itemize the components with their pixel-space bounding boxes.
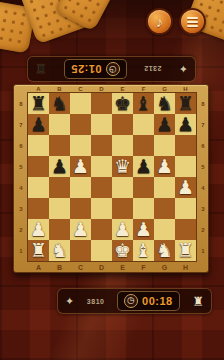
piece-black-pawn: ♟ bbox=[177, 114, 194, 135]
square-h8[interactable]: ♜ bbox=[175, 93, 196, 114]
rank-labels-left: 87654321 bbox=[14, 93, 28, 261]
piece-black-pawn: ♟ bbox=[156, 114, 173, 135]
square-a3[interactable] bbox=[28, 198, 49, 219]
square-b2[interactable] bbox=[49, 219, 70, 240]
square-d3[interactable] bbox=[91, 198, 112, 219]
bottom-player-time: 00:18 bbox=[142, 295, 173, 307]
piece-white-pawn: ♟ bbox=[30, 219, 47, 240]
square-c4[interactable] bbox=[70, 177, 91, 198]
coordinate-label-A: A bbox=[28, 85, 49, 93]
coordinate-label-8: 8 bbox=[196, 93, 210, 114]
square-f1[interactable]: ♝ bbox=[133, 240, 154, 261]
coordinate-label-2: 2 bbox=[14, 219, 28, 240]
square-e6[interactable] bbox=[112, 135, 133, 156]
piece-black-bishop: ♝ bbox=[135, 93, 152, 114]
coordinate-label-4: 4 bbox=[14, 177, 28, 198]
coordinate-label-G: G bbox=[154, 261, 175, 274]
top-player-bar: ✦ 2312 ◷ 01:25 ♜ bbox=[27, 56, 196, 82]
square-c6[interactable] bbox=[70, 135, 91, 156]
square-h6[interactable] bbox=[175, 135, 196, 156]
music-button[interactable]: ♪ bbox=[146, 8, 173, 35]
piece-white-rook: ♜ bbox=[177, 240, 194, 261]
coordinate-label-5: 5 bbox=[196, 156, 210, 177]
square-h5[interactable] bbox=[175, 156, 196, 177]
square-d8[interactable] bbox=[91, 93, 112, 114]
piece-black-pawn: ♟ bbox=[51, 156, 68, 177]
piece-white-pawn: ♟ bbox=[72, 156, 89, 177]
square-e7[interactable] bbox=[112, 114, 133, 135]
square-c1[interactable] bbox=[70, 240, 91, 261]
top-player-time: 01:25 bbox=[71, 63, 102, 75]
coordinate-label-8: 8 bbox=[14, 93, 28, 114]
square-g4[interactable] bbox=[154, 177, 175, 198]
square-c3[interactable] bbox=[70, 198, 91, 219]
coordinate-label-6: 6 bbox=[14, 135, 28, 156]
coordinate-label-H: H bbox=[175, 85, 196, 93]
top-player-clock: ◷ 01:25 bbox=[64, 59, 127, 79]
square-a1[interactable]: ♜ bbox=[28, 240, 49, 261]
coordinate-label-C: C bbox=[70, 85, 91, 93]
square-f7[interactable] bbox=[133, 114, 154, 135]
piece-white-pawn: ♟ bbox=[114, 219, 131, 240]
white-piece-icon: ♜ bbox=[192, 295, 204, 308]
square-d7[interactable] bbox=[91, 114, 112, 135]
piece-white-bishop: ♝ bbox=[135, 240, 152, 261]
coordinate-label-1: 1 bbox=[196, 240, 210, 261]
piece-white-pawn: ♟ bbox=[72, 219, 89, 240]
coordinate-label-D: D bbox=[91, 85, 112, 93]
coordinate-label-5: 5 bbox=[14, 156, 28, 177]
bottom-player-bar: ✦ 3810 ◷ 00:18 ♜ bbox=[57, 288, 212, 314]
music-note-icon: ♪ bbox=[156, 15, 163, 29]
coordinate-label-B: B bbox=[49, 261, 70, 274]
coordinate-label-D: D bbox=[91, 261, 112, 274]
square-b8[interactable]: ♞ bbox=[49, 93, 70, 114]
square-f5[interactable]: ♟ bbox=[133, 156, 154, 177]
coordinate-label-F: F bbox=[133, 261, 154, 274]
coordinate-label-B: B bbox=[49, 85, 70, 93]
coordinate-label-4: 4 bbox=[196, 177, 210, 198]
piece-black-knight: ♞ bbox=[51, 93, 68, 114]
star-icon: ✦ bbox=[179, 64, 188, 75]
coordinate-label-E: E bbox=[112, 261, 133, 274]
square-h4[interactable]: ♟ bbox=[175, 177, 196, 198]
black-piece-icon: ♜ bbox=[35, 63, 47, 76]
square-c8[interactable] bbox=[70, 93, 91, 114]
square-d2[interactable] bbox=[91, 219, 112, 240]
square-b7[interactable] bbox=[49, 114, 70, 135]
file-labels-top: ABCDEFGH bbox=[28, 85, 196, 93]
coordinate-label-H: H bbox=[175, 261, 196, 274]
square-f6[interactable] bbox=[133, 135, 154, 156]
square-b5[interactable]: ♟ bbox=[49, 156, 70, 177]
chess-board: ♜♞♚♝♞♜♟♟♟♟♟♛♟♟♟♟♟♟♟♜♞♚♝♞♜ bbox=[27, 92, 197, 262]
square-b1[interactable]: ♞ bbox=[49, 240, 70, 261]
rank-labels-right: 87654321 bbox=[196, 93, 210, 261]
coordinate-label-E: E bbox=[112, 85, 133, 93]
coordinate-label-6: 6 bbox=[196, 135, 210, 156]
piece-white-king: ♚ bbox=[114, 240, 131, 261]
piece-black-knight: ♞ bbox=[156, 93, 173, 114]
square-c5[interactable]: ♟ bbox=[70, 156, 91, 177]
stopwatch-icon: ◷ bbox=[106, 62, 120, 76]
square-b3[interactable] bbox=[49, 198, 70, 219]
app-screen: ♪ ✦ 2312 ◷ 01:25 ♜ ABCDEFGH ABCDEFGH 876… bbox=[0, 0, 224, 360]
square-g8[interactable]: ♞ bbox=[154, 93, 175, 114]
square-a2[interactable]: ♟ bbox=[28, 219, 49, 240]
piece-black-pawn: ♟ bbox=[30, 114, 47, 135]
piece-white-knight: ♞ bbox=[51, 240, 68, 261]
coordinate-label-G: G bbox=[154, 85, 175, 93]
bottom-player-rating: 3810 bbox=[87, 298, 105, 305]
bottom-player-clock: ◷ 00:18 bbox=[117, 291, 180, 311]
chess-board-frame: ABCDEFGH ABCDEFGH 87654321 87654321 ♜♞♚♝… bbox=[13, 84, 209, 273]
square-c7[interactable] bbox=[70, 114, 91, 135]
square-a5[interactable] bbox=[28, 156, 49, 177]
square-b6[interactable] bbox=[49, 135, 70, 156]
top-player-rating: 2312 bbox=[144, 66, 162, 73]
square-h1[interactable]: ♜ bbox=[175, 240, 196, 261]
piece-white-pawn: ♟ bbox=[156, 156, 173, 177]
square-a7[interactable]: ♟ bbox=[28, 114, 49, 135]
piece-black-king: ♚ bbox=[114, 93, 131, 114]
hamburger-menu-icon bbox=[187, 21, 198, 23]
coordinate-label-1: 1 bbox=[14, 240, 28, 261]
piece-white-rook: ♜ bbox=[30, 240, 47, 261]
square-f2[interactable]: ♟ bbox=[133, 219, 154, 240]
square-g6[interactable] bbox=[154, 135, 175, 156]
menu-button[interactable] bbox=[179, 8, 206, 35]
square-d6[interactable] bbox=[91, 135, 112, 156]
square-e4[interactable] bbox=[112, 177, 133, 198]
square-g1[interactable]: ♞ bbox=[154, 240, 175, 261]
piece-white-pawn: ♟ bbox=[177, 177, 194, 198]
coordinate-label-C: C bbox=[70, 261, 91, 274]
stopwatch-icon: ◷ bbox=[124, 294, 138, 308]
square-g7[interactable]: ♟ bbox=[154, 114, 175, 135]
square-g3[interactable] bbox=[154, 198, 175, 219]
square-e8[interactable]: ♚ bbox=[112, 93, 133, 114]
coordinate-label-7: 7 bbox=[196, 114, 210, 135]
coordinate-label-3: 3 bbox=[14, 198, 28, 219]
square-f3[interactable] bbox=[133, 198, 154, 219]
coordinate-label-2: 2 bbox=[196, 219, 210, 240]
square-e5[interactable]: ♛ bbox=[112, 156, 133, 177]
square-h7[interactable]: ♟ bbox=[175, 114, 196, 135]
square-g2[interactable] bbox=[154, 219, 175, 240]
square-e2[interactable]: ♟ bbox=[112, 219, 133, 240]
square-d1[interactable] bbox=[91, 240, 112, 261]
piece-white-pawn: ♟ bbox=[135, 219, 152, 240]
piece-black-rook: ♜ bbox=[177, 93, 194, 114]
square-a8[interactable]: ♜ bbox=[28, 93, 49, 114]
coordinate-label-F: F bbox=[133, 85, 154, 93]
square-c2[interactable]: ♟ bbox=[70, 219, 91, 240]
coordinate-label-3: 3 bbox=[196, 198, 210, 219]
coordinate-label-A: A bbox=[28, 261, 49, 274]
square-f4[interactable] bbox=[133, 177, 154, 198]
square-g5[interactable]: ♟ bbox=[154, 156, 175, 177]
piece-black-pawn: ♟ bbox=[135, 156, 152, 177]
square-h3[interactable] bbox=[175, 198, 196, 219]
piece-white-queen: ♛ bbox=[114, 156, 131, 177]
square-a4[interactable] bbox=[28, 177, 49, 198]
coordinate-label-7: 7 bbox=[14, 114, 28, 135]
square-b4[interactable] bbox=[49, 177, 70, 198]
square-d4[interactable] bbox=[91, 177, 112, 198]
square-a6[interactable] bbox=[28, 135, 49, 156]
file-labels-bottom: ABCDEFGH bbox=[28, 261, 196, 274]
piece-black-rook: ♜ bbox=[30, 93, 47, 114]
square-e3[interactable] bbox=[112, 198, 133, 219]
square-h2[interactable] bbox=[175, 219, 196, 240]
square-d5[interactable] bbox=[91, 156, 112, 177]
piece-white-knight: ♞ bbox=[156, 240, 173, 261]
star-icon: ✦ bbox=[65, 296, 74, 307]
square-f8[interactable]: ♝ bbox=[133, 93, 154, 114]
square-e1[interactable]: ♚ bbox=[112, 240, 133, 261]
